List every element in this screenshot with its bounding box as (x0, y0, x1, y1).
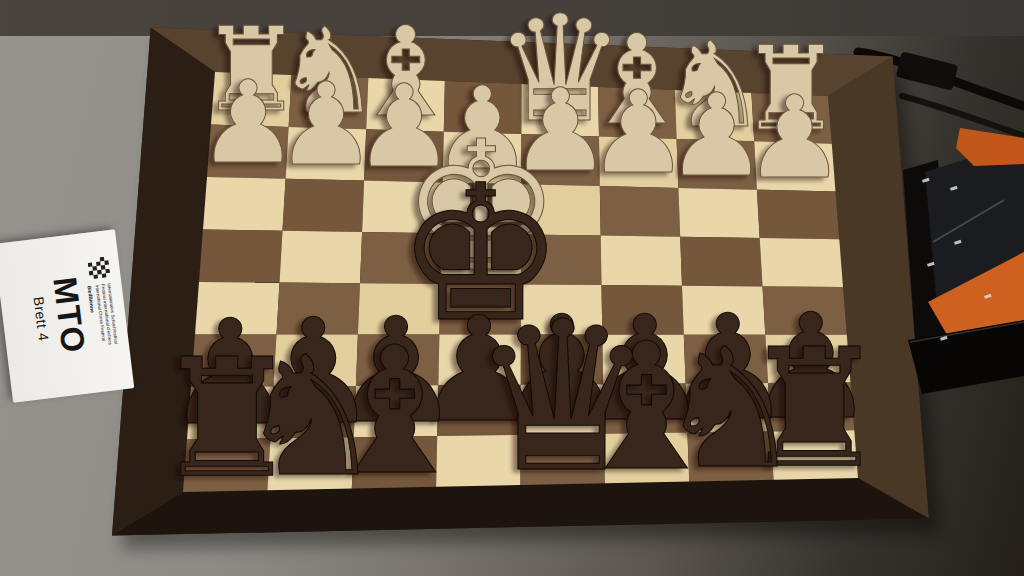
square-h4 (199, 230, 283, 283)
tournament-photo: ♜♞♝♛♝♞♜♟♟♟♟♟♟♟♟♚♚♟♟♟♟♟♟♟♟♜♞♝♛♝♞♜ Interna… (0, 0, 1024, 576)
piece-black-queen-d8: ♛ (470, 277, 656, 518)
board-label-card: Internationales Schachfestival Festival … (0, 229, 134, 403)
cable-connector (896, 51, 959, 90)
board-control-unit (903, 128, 1024, 394)
piece-black-rook-h8: ♜ (154, 324, 300, 513)
festival-logo-icon (87, 256, 110, 279)
tournament-code: MTO (48, 275, 90, 356)
square-g4 (280, 231, 363, 284)
festival-name-lines: Internationales Schachfestival Festival … (86, 283, 119, 347)
board-number: Brett 4 (30, 296, 51, 342)
chessboard-photo: ♜♞♝♛♝♞♜♟♟♟♟♟♟♟♟♚♚♟♟♟♟♟♟♟♟♜♞♝♛♝♞♜ (0, 0, 1024, 576)
square-a4 (760, 238, 843, 287)
piece-white-pawn-h2: ♟ (197, 56, 299, 189)
square-b4 (680, 237, 762, 287)
